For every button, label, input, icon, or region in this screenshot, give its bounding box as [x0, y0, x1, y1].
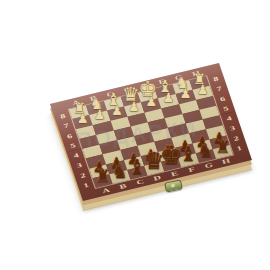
product-photo-scene: ABCDEFGH ABCDEFGH 87654321 87654321 ♜♞♝♛… — [0, 0, 270, 270]
brass-clasp — [164, 179, 183, 192]
chess-board: ABCDEFGH ABCDEFGH 87654321 87654321 — [50, 63, 252, 201]
